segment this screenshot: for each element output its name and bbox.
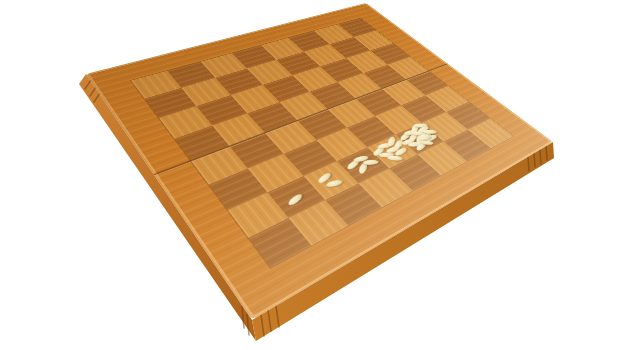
wheat-grain	[387, 155, 402, 161]
wheat-grain	[363, 160, 379, 166]
groove-line	[546, 146, 547, 160]
groove-line	[540, 150, 541, 164]
groove-line	[534, 153, 535, 167]
scene	[0, 0, 640, 350]
wheat-grain	[325, 179, 343, 188]
groove-line	[528, 157, 529, 171]
wheat-grain	[286, 193, 304, 207]
